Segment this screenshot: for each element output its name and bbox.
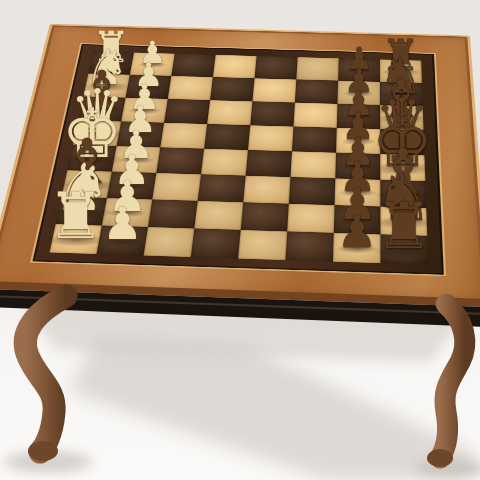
right-leg-foot bbox=[427, 449, 453, 467]
table-base-layer bbox=[0, 0, 480, 480]
left-leg-foot bbox=[28, 441, 58, 461]
chess-table-photo: ♜♟♟♜♞♟♟♞♝♟♟♝♛♟♟♛♚♟♟♚♝♟♟♝♞♟♟♞♜♟♟♜ bbox=[0, 0, 480, 480]
